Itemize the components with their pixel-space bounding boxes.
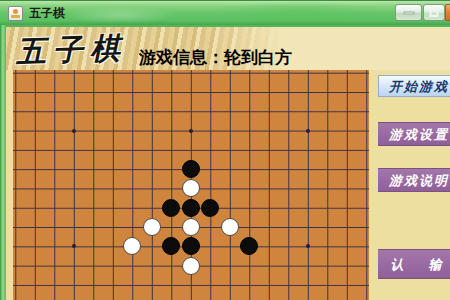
app-icon-base <box>11 15 20 18</box>
start-game-button[interactable]: 开始游戏 <box>378 75 450 97</box>
close-button[interactable] <box>445 4 450 21</box>
white-stone[interactable] <box>221 218 239 236</box>
gomoku-board[interactable] <box>13 70 369 300</box>
star-point <box>72 129 76 133</box>
white-stone[interactable] <box>182 257 200 275</box>
white-stone[interactable] <box>182 179 200 197</box>
app-window: 五子棋 五子棋 游戏信息：轮到白方 开始游戏 游戏设置 游戏说明 认 输 <box>0 0 450 300</box>
white-stone[interactable] <box>123 237 141 255</box>
black-stone[interactable] <box>182 199 200 217</box>
app-icon-figure <box>13 9 18 14</box>
title-bar[interactable]: 五子棋 <box>0 0 450 25</box>
black-stone[interactable] <box>201 199 219 217</box>
resign-button[interactable]: 认 输 <box>378 249 450 279</box>
star-point <box>72 244 76 248</box>
white-stone[interactable] <box>143 218 161 236</box>
black-stone[interactable] <box>162 237 180 255</box>
star-point <box>306 244 310 248</box>
game-help-button[interactable]: 游戏说明 <box>378 168 450 192</box>
window-title: 五子棋 <box>29 1 65 26</box>
minimize-icon <box>403 11 414 14</box>
white-stone[interactable] <box>182 218 200 236</box>
board-grid <box>6 63 377 295</box>
app-icon <box>8 6 23 21</box>
black-stone[interactable] <box>182 160 200 178</box>
black-stone[interactable] <box>240 237 258 255</box>
star-point <box>306 129 310 133</box>
maximize-icon <box>430 9 439 17</box>
black-stone[interactable] <box>162 199 180 217</box>
maximize-button[interactable] <box>423 4 445 21</box>
main-area: 开始游戏 游戏设置 游戏说明 认 输 <box>6 70 450 300</box>
black-stone[interactable] <box>182 237 200 255</box>
game-settings-button[interactable]: 游戏设置 <box>378 122 450 146</box>
minimize-button[interactable] <box>395 4 422 21</box>
star-point <box>189 129 193 133</box>
